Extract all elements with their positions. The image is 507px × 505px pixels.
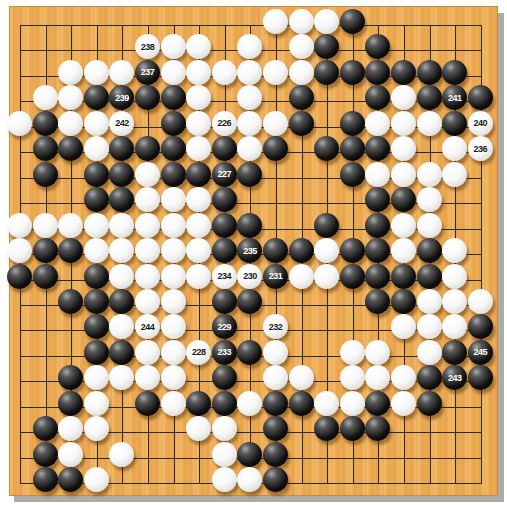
stone-black: 245 (468, 340, 493, 365)
stone-black: 239 (109, 85, 134, 110)
stone-black (417, 391, 442, 416)
stone-black: 233 (212, 340, 237, 365)
stone-white (186, 264, 211, 289)
move-number-label: 243 (442, 365, 467, 390)
stone-black (212, 365, 237, 390)
stone-white (391, 365, 416, 390)
stone-white: 230 (237, 264, 262, 289)
stone-white (109, 314, 134, 339)
stone-white (417, 340, 442, 365)
stone-black (263, 238, 288, 263)
stone-white (7, 111, 32, 136)
stone-white: 228 (186, 340, 211, 365)
stone-black (33, 111, 58, 136)
stone-white (161, 314, 186, 339)
stone-white (391, 111, 416, 136)
stone-white (135, 264, 160, 289)
stone-white (289, 365, 314, 390)
stone-black: 227 (212, 162, 237, 187)
stone-white (442, 136, 467, 161)
stone-white (161, 60, 186, 85)
stone-white (237, 391, 262, 416)
stone-black (58, 289, 83, 314)
stone-white (109, 213, 134, 238)
stone-black (237, 213, 262, 238)
move-number-label: 226 (212, 111, 237, 136)
stone-white (212, 467, 237, 492)
stone-white (237, 467, 262, 492)
stone-black (391, 187, 416, 212)
stone-black (237, 340, 262, 365)
stone-black: 241 (442, 85, 467, 110)
stone-white (442, 162, 467, 187)
stone-black (33, 238, 58, 263)
stone-white (161, 238, 186, 263)
stone-black (340, 162, 365, 187)
move-number-label: 230 (237, 264, 262, 289)
stone-white (289, 264, 314, 289)
stone-black (391, 264, 416, 289)
stone-white (365, 162, 390, 187)
stone-black (289, 391, 314, 416)
stone-white (135, 213, 160, 238)
stone-black (212, 136, 237, 161)
stone-black (212, 238, 237, 263)
stone-black (289, 238, 314, 263)
stone-white (417, 314, 442, 339)
stone-black (212, 213, 237, 238)
stone-white (417, 289, 442, 314)
stone-black (33, 136, 58, 161)
stone-black (109, 187, 134, 212)
stone-white (263, 9, 288, 34)
stone-white (263, 60, 288, 85)
stone-white: 240 (468, 111, 493, 136)
stone-black (263, 416, 288, 441)
move-number-label: 245 (468, 340, 493, 365)
move-number-label: 235 (237, 238, 262, 263)
stone-black (84, 187, 109, 212)
stone-black (417, 238, 442, 263)
stone-black (417, 365, 442, 390)
stone-black (314, 213, 339, 238)
stone-white (442, 264, 467, 289)
stone-white (84, 213, 109, 238)
stone-black (442, 60, 467, 85)
stone-white (289, 60, 314, 85)
stone-black (391, 60, 416, 85)
stone-white (391, 238, 416, 263)
stone-black (109, 289, 134, 314)
stone-black (365, 34, 390, 59)
stone-black (263, 391, 288, 416)
stone-black (58, 136, 83, 161)
stone-black (365, 391, 390, 416)
stone-black (263, 442, 288, 467)
stone-white (186, 187, 211, 212)
move-number-label: 241 (442, 85, 467, 110)
stone-white (314, 391, 339, 416)
stone-black: 231 (263, 264, 288, 289)
stone-black (33, 264, 58, 289)
stone-white (58, 85, 83, 110)
stone-black (365, 289, 390, 314)
stone-white (391, 136, 416, 161)
stone-white (186, 60, 211, 85)
stone-black (365, 187, 390, 212)
stone-white (84, 416, 109, 441)
stone-black (417, 264, 442, 289)
stone-black (391, 289, 416, 314)
stone-white (314, 9, 339, 34)
stone-black (84, 289, 109, 314)
stone-white (391, 85, 416, 110)
stone-black (314, 416, 339, 441)
stone-black (33, 162, 58, 187)
stone-black (58, 365, 83, 390)
stone-white (161, 391, 186, 416)
stone-black (84, 314, 109, 339)
stone-white (84, 136, 109, 161)
stone-black (263, 467, 288, 492)
stone-black (58, 391, 83, 416)
stone-white (417, 162, 442, 187)
stone-white (442, 238, 467, 263)
stone-black (365, 136, 390, 161)
stone-black (365, 238, 390, 263)
move-number-label: 240 (468, 111, 493, 136)
stone-white (442, 289, 467, 314)
stone-white (237, 34, 262, 59)
move-number-label: 227 (212, 162, 237, 187)
stone-white (109, 365, 134, 390)
stone-black (365, 213, 390, 238)
stone-black (289, 85, 314, 110)
stone-black (417, 60, 442, 85)
stone-white (161, 365, 186, 390)
stone-white (161, 213, 186, 238)
stone-white (135, 162, 160, 187)
stone-black (237, 162, 262, 187)
stone-white (186, 416, 211, 441)
stone-white (58, 60, 83, 85)
move-number-label: 231 (263, 264, 288, 289)
stone-black (340, 111, 365, 136)
stone-white (161, 187, 186, 212)
stone-white (84, 365, 109, 390)
stone-black (468, 314, 493, 339)
stone-white (417, 111, 442, 136)
stone-white (58, 416, 83, 441)
stone-white (161, 340, 186, 365)
stone-white (84, 60, 109, 85)
move-number-label: 228 (186, 340, 211, 365)
stone-black (442, 340, 467, 365)
stone-white (84, 391, 109, 416)
stone-black (33, 416, 58, 441)
stone-white (340, 365, 365, 390)
board-drop-shadow-bottom (14, 496, 504, 502)
move-number-label: 237 (135, 60, 160, 85)
stone-black (212, 391, 237, 416)
stone-black (109, 136, 134, 161)
stone-black (58, 467, 83, 492)
stone-white (391, 162, 416, 187)
stone-white (237, 85, 262, 110)
stone-white (289, 9, 314, 34)
stone-white: 234 (212, 264, 237, 289)
stone-black (161, 111, 186, 136)
stone-black (340, 416, 365, 441)
stone-white (109, 60, 134, 85)
stone-white (135, 238, 160, 263)
stone-black (468, 365, 493, 390)
stone-white (7, 238, 32, 263)
stone-white (7, 213, 32, 238)
move-number-label: 238 (135, 34, 160, 59)
move-number-label: 229 (212, 314, 237, 339)
move-number-label: 232 (263, 314, 288, 339)
stone-white (340, 391, 365, 416)
stone-black (7, 264, 32, 289)
move-number-label: 242 (109, 111, 134, 136)
stone-white (84, 111, 109, 136)
stone-white (109, 442, 134, 467)
stone-black (33, 442, 58, 467)
stone-black (135, 391, 160, 416)
stone-white (391, 213, 416, 238)
stone-white (109, 264, 134, 289)
stone-black (186, 391, 211, 416)
stone-white (161, 289, 186, 314)
stone-white (33, 85, 58, 110)
stone-black (84, 264, 109, 289)
stone-white (314, 264, 339, 289)
stone-black (314, 34, 339, 59)
stone-black (212, 187, 237, 212)
stone-white (289, 34, 314, 59)
stone-black (161, 162, 186, 187)
stone-white (186, 238, 211, 263)
stone-black (161, 85, 186, 110)
stone-white (58, 442, 83, 467)
stone-white (186, 136, 211, 161)
stone-white (135, 365, 160, 390)
move-number-label: 244 (135, 314, 160, 339)
go-board[interactable]: 2382372392412422262402362272352342302312… (9, 6, 498, 496)
stone-white (212, 442, 237, 467)
stone-white: 232 (263, 314, 288, 339)
stone-white (135, 289, 160, 314)
stone-white (365, 111, 390, 136)
stone-black (365, 264, 390, 289)
stone-black (212, 289, 237, 314)
stone-white (417, 213, 442, 238)
move-number-label: 236 (468, 136, 493, 161)
stone-white (468, 289, 493, 314)
stone-black (340, 9, 365, 34)
stone-black (417, 85, 442, 110)
stone-black (33, 467, 58, 492)
stone-black (186, 162, 211, 187)
stone-black: 229 (212, 314, 237, 339)
stone-white: 242 (109, 111, 134, 136)
stone-white: 226 (212, 111, 237, 136)
stone-white (365, 365, 390, 390)
stone-white (84, 467, 109, 492)
stone-black (109, 162, 134, 187)
stone-black (237, 442, 262, 467)
stone-black (161, 136, 186, 161)
stone-white (84, 238, 109, 263)
stone-white (237, 60, 262, 85)
stone-black (365, 416, 390, 441)
stone-white (263, 340, 288, 365)
stone-black (340, 238, 365, 263)
stone-white (263, 365, 288, 390)
stone-white (58, 111, 83, 136)
stone-black (263, 136, 288, 161)
stone-white: 238 (135, 34, 160, 59)
stone-black (135, 85, 160, 110)
stone-black (365, 85, 390, 110)
stone-black: 237 (135, 60, 160, 85)
move-number-label: 239 (109, 85, 134, 110)
stone-black (237, 289, 262, 314)
stone-white (391, 391, 416, 416)
stone-white (442, 314, 467, 339)
stone-white (186, 213, 211, 238)
stone-white (135, 187, 160, 212)
stone-black (365, 60, 390, 85)
stone-black (468, 85, 493, 110)
stone-white (212, 60, 237, 85)
stone-white (109, 238, 134, 263)
stone-black (340, 60, 365, 85)
stone-black: 235 (237, 238, 262, 263)
move-number-label: 234 (212, 264, 237, 289)
stone-black (84, 85, 109, 110)
stone-white (391, 314, 416, 339)
stone-white: 244 (135, 314, 160, 339)
move-number-label: 233 (212, 340, 237, 365)
stone-white (58, 213, 83, 238)
stone-white (340, 340, 365, 365)
go-app-window: 2382372392412422262402362272352342302312… (0, 0, 507, 505)
stone-black (340, 136, 365, 161)
stone-white (186, 34, 211, 59)
stone-black (442, 111, 467, 136)
stone-white (135, 340, 160, 365)
stone-white (33, 213, 58, 238)
stone-black (314, 60, 339, 85)
stone-white (161, 34, 186, 59)
stone-black: 243 (442, 365, 467, 390)
stone-white (186, 85, 211, 110)
stone-white (186, 111, 211, 136)
stone-white (237, 136, 262, 161)
stone-black (340, 264, 365, 289)
stone-white (212, 416, 237, 441)
stone-white (314, 238, 339, 263)
stone-white (237, 111, 262, 136)
stone-black (135, 136, 160, 161)
stone-white (417, 187, 442, 212)
stone-white (263, 111, 288, 136)
stone-black (289, 111, 314, 136)
stone-white (365, 340, 390, 365)
stone-white (161, 264, 186, 289)
stone-black (84, 162, 109, 187)
stone-black (314, 136, 339, 161)
stone-black (58, 238, 83, 263)
board-drop-shadow-right (498, 13, 504, 502)
stone-white: 236 (468, 136, 493, 161)
stone-black (109, 340, 134, 365)
stone-black (84, 340, 109, 365)
